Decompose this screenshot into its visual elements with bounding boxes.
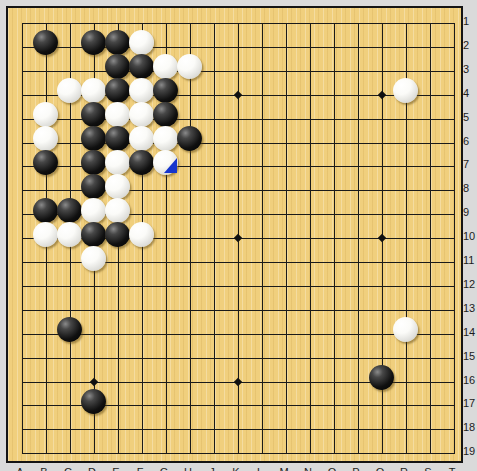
stone-white-H3[interactable] <box>177 54 202 79</box>
stone-white-C10[interactable] <box>57 222 82 247</box>
row-label-17: 17 <box>463 397 477 409</box>
stone-white-F6[interactable] <box>129 126 154 151</box>
column-label-L: L <box>253 466 267 471</box>
star-point <box>90 377 98 385</box>
stone-white-D4[interactable] <box>81 78 106 103</box>
row-label-3: 3 <box>463 63 477 75</box>
go-client-window: 12345678910111213141516171819ABCDEFGHJKL… <box>0 0 477 471</box>
row-label-18: 18 <box>463 421 477 433</box>
stone-black-D10[interactable] <box>81 222 106 247</box>
grid-line-vertical <box>262 23 263 454</box>
stone-black-G4[interactable] <box>153 78 178 103</box>
row-label-6: 6 <box>463 135 477 147</box>
stone-white-G6[interactable] <box>153 126 178 151</box>
stone-white-F2[interactable] <box>129 30 154 55</box>
grid-line-horizontal <box>22 310 455 311</box>
stone-black-C9[interactable] <box>57 198 82 223</box>
column-label-M: M <box>277 466 291 471</box>
stone-white-G3[interactable] <box>153 54 178 79</box>
row-label-10: 10 <box>463 230 477 242</box>
star-point <box>378 90 386 98</box>
stone-black-G5[interactable] <box>153 102 178 127</box>
stone-white-B6[interactable] <box>33 126 58 151</box>
row-label-15: 15 <box>463 350 477 362</box>
stone-white-F4[interactable] <box>129 78 154 103</box>
column-label-N: N <box>301 466 315 471</box>
stone-white-B5[interactable] <box>33 102 58 127</box>
stone-black-D6[interactable] <box>81 126 106 151</box>
row-label-9: 9 <box>463 206 477 218</box>
grid-line-horizontal <box>22 429 455 430</box>
stone-white-R4[interactable] <box>393 78 418 103</box>
stone-black-B7[interactable] <box>33 150 58 175</box>
stone-white-F10[interactable] <box>129 222 154 247</box>
stone-black-B2[interactable] <box>33 30 58 55</box>
stone-white-C4[interactable] <box>57 78 82 103</box>
grid-line-horizontal <box>22 453 455 454</box>
row-label-12: 12 <box>463 278 477 290</box>
column-label-P: P <box>349 466 363 471</box>
grid-line-vertical <box>310 23 311 454</box>
grid-line-horizontal <box>22 334 455 335</box>
grid-line-horizontal <box>22 286 455 287</box>
row-label-5: 5 <box>463 111 477 123</box>
stone-black-E4[interactable] <box>105 78 130 103</box>
grid-line-vertical <box>454 23 455 454</box>
column-label-B: B <box>37 466 51 471</box>
stone-white-F5[interactable] <box>129 102 154 127</box>
row-label-13: 13 <box>463 302 477 314</box>
row-label-16: 16 <box>463 374 477 386</box>
grid-line-vertical <box>358 23 359 454</box>
column-label-H: H <box>181 466 195 471</box>
grid-line-horizontal <box>22 358 455 359</box>
stone-white-E5[interactable] <box>105 102 130 127</box>
column-label-C: C <box>61 466 75 471</box>
stone-black-H6[interactable] <box>177 126 202 151</box>
grid-line-vertical <box>430 23 431 454</box>
stone-white-E9[interactable] <box>105 198 130 223</box>
column-label-K: K <box>229 466 243 471</box>
column-label-S: S <box>421 466 435 471</box>
stone-white-E8[interactable] <box>105 174 130 199</box>
stone-black-C14[interactable] <box>57 317 82 342</box>
stone-black-E3[interactable] <box>105 54 130 79</box>
stone-white-G7[interactable] <box>153 150 178 175</box>
row-label-14: 14 <box>463 326 477 338</box>
star-point <box>234 234 242 242</box>
stone-white-R14[interactable] <box>393 317 418 342</box>
row-label-2: 2 <box>463 39 477 51</box>
row-label-1: 1 <box>463 15 477 27</box>
column-label-D: D <box>85 466 99 471</box>
column-label-A: A <box>13 466 27 471</box>
stone-white-D9[interactable] <box>81 198 106 223</box>
column-label-F: F <box>133 466 147 471</box>
stone-white-B10[interactable] <box>33 222 58 247</box>
column-label-R: R <box>397 466 411 471</box>
column-label-G: G <box>157 466 171 471</box>
grid-line-vertical <box>334 23 335 454</box>
column-label-Q: Q <box>373 466 387 471</box>
column-label-J: J <box>205 466 219 471</box>
star-point <box>234 377 242 385</box>
stone-black-D8[interactable] <box>81 174 106 199</box>
stone-black-B9[interactable] <box>33 198 58 223</box>
stone-black-D5[interactable] <box>81 102 106 127</box>
stone-black-Q16[interactable] <box>369 365 394 390</box>
stone-white-E7[interactable] <box>105 150 130 175</box>
star-point <box>378 234 386 242</box>
stone-black-F7[interactable] <box>129 150 154 175</box>
row-label-19: 19 <box>463 445 477 457</box>
stone-black-E10[interactable] <box>105 222 130 247</box>
row-label-4: 4 <box>463 87 477 99</box>
row-label-8: 8 <box>463 182 477 194</box>
column-label-O: O <box>325 466 339 471</box>
stone-black-E6[interactable] <box>105 126 130 151</box>
column-label-T: T <box>445 466 459 471</box>
go-board[interactable] <box>6 6 463 463</box>
grid-line-vertical <box>286 23 287 454</box>
stone-black-D17[interactable] <box>81 389 106 414</box>
column-label-E: E <box>109 466 123 471</box>
row-label-11: 11 <box>463 254 477 266</box>
stone-black-D2[interactable] <box>81 30 106 55</box>
star-point <box>234 90 242 98</box>
stone-black-D7[interactable] <box>81 150 106 175</box>
stone-black-F3[interactable] <box>129 54 154 79</box>
row-label-7: 7 <box>463 158 477 170</box>
stone-white-D11[interactable] <box>81 246 106 271</box>
stone-black-E2[interactable] <box>105 30 130 55</box>
last-move-marker-icon <box>164 158 177 173</box>
